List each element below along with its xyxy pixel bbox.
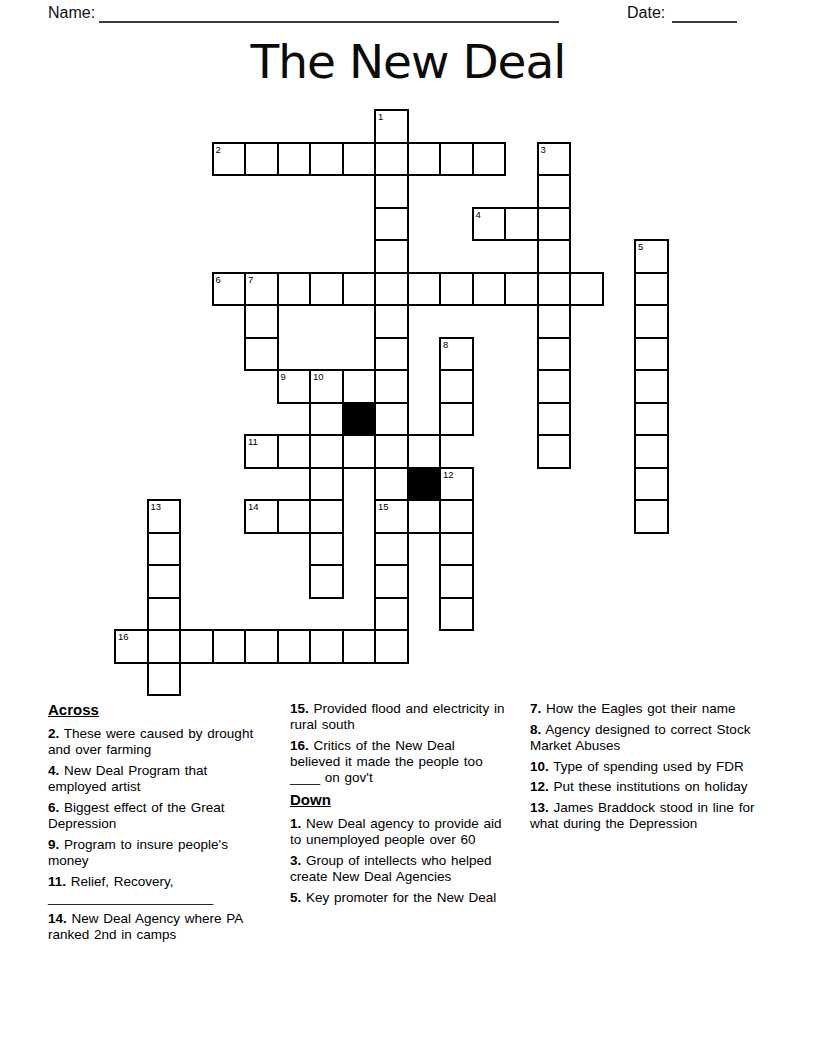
cell-r11-c8[interactable] — [374, 467, 409, 502]
cell-number-3: 3 — [541, 144, 546, 155]
cell-r10-c9[interactable] — [407, 434, 442, 469]
cell-r4-c16[interactable]: 5 — [634, 239, 669, 274]
cell-r5-c8[interactable] — [374, 272, 409, 307]
crossword-worksheet: Name: Date: The New Deal 123456789101112… — [0, 0, 816, 1056]
clue-text: New Deal Agency where PA ranked 2nd in c… — [48, 911, 243, 942]
cell-r12-c10[interactable] — [439, 499, 474, 534]
clue-down-5: 5. Key promoter for the New Deal — [290, 890, 507, 906]
cell-r15-c8[interactable] — [374, 597, 409, 632]
clue-down-12: 12. Put these institutions on holiday — [530, 779, 756, 795]
clue-number: 16. — [290, 738, 309, 753]
clue-across-6: 6. Biggest effect of the Great Depressio… — [48, 800, 256, 832]
cell-r14-c8[interactable] — [374, 564, 409, 599]
cell-r10-c7[interactable] — [342, 434, 377, 469]
cell-r16-c7[interactable] — [342, 629, 377, 664]
cell-r7-c16[interactable] — [634, 337, 669, 372]
cell-r13-c8[interactable] — [374, 532, 409, 567]
clue-number: 5. — [290, 890, 301, 905]
cell-number-10: 10 — [313, 371, 324, 382]
clue-number: 10. — [530, 759, 549, 774]
cell-r1-c9[interactable] — [407, 142, 442, 177]
cell-r16-c1[interactable] — [147, 629, 182, 664]
cell-r11-c6[interactable] — [309, 467, 344, 502]
clue-across-11: 11. Relief, Recovery, __________________… — [48, 874, 256, 906]
cell-r9-c8[interactable] — [374, 402, 409, 437]
cell-r9-c13[interactable] — [537, 402, 572, 437]
cell-r5-c12[interactable] — [504, 272, 539, 307]
cell-r8-c10[interactable] — [439, 369, 474, 404]
cell-r8-c6[interactable]: 10 — [309, 369, 344, 404]
clue-number: 2. — [48, 726, 59, 741]
cell-number-11: 11 — [248, 436, 258, 447]
cell-r1-c11[interactable] — [472, 142, 507, 177]
cell-r8-c16[interactable] — [634, 369, 669, 404]
cell-r6-c13[interactable] — [537, 304, 572, 339]
cell-r10-c8[interactable] — [374, 434, 409, 469]
cell-number-6: 6 — [216, 274, 221, 285]
cell-number-8: 8 — [443, 339, 448, 350]
cell-r8-c13[interactable] — [537, 369, 572, 404]
cell-r1-c3[interactable]: 2 — [212, 142, 247, 177]
clue-number: 12. — [530, 779, 549, 794]
cell-number-4: 4 — [476, 209, 481, 220]
clue-text: New Deal agency to provide aid to unempl… — [290, 816, 502, 847]
cell-r7-c8[interactable] — [374, 337, 409, 372]
cell-r12-c8[interactable]: 15 — [374, 499, 409, 534]
cell-r12-c16[interactable] — [634, 499, 669, 534]
clue-number: 3. — [290, 853, 301, 868]
cell-r0-c8[interactable]: 1 — [374, 109, 409, 144]
clue-down-10: 10. Type of spending used by FDR — [530, 759, 756, 775]
cell-r8-c8[interactable] — [374, 369, 409, 404]
cell-r1-c8[interactable] — [374, 142, 409, 177]
cell-r7-c4[interactable] — [244, 337, 279, 372]
crossword-grid: 12345678910111213141516 — [115, 110, 668, 695]
date-fill-line — [672, 2, 737, 23]
cell-r11-c10[interactable]: 12 — [439, 467, 474, 502]
clue-down-3: 3. Group of intellects who helped create… — [290, 853, 507, 885]
clue-number: 13. — [530, 800, 549, 815]
cell-r9-c6[interactable] — [309, 402, 344, 437]
clue-text: New Deal Program that employed artist — [48, 763, 207, 794]
cell-r5-c10[interactable] — [439, 272, 474, 307]
cell-r5-c11[interactable] — [472, 272, 507, 307]
across-header: Across — [48, 701, 256, 719]
cell-r10-c16[interactable] — [634, 434, 669, 469]
clue-number: 15. — [290, 701, 309, 716]
cell-r5-c13[interactable] — [537, 272, 572, 307]
cell-number-9: 9 — [281, 371, 286, 382]
clue-column-left: Across2. These were caused by drought an… — [48, 701, 256, 947]
cell-r16-c4[interactable] — [244, 629, 279, 664]
clue-number: 14. — [48, 911, 67, 926]
black-cell-r9-c7 — [342, 402, 377, 437]
cell-r10-c4[interactable]: 11 — [244, 434, 279, 469]
clue-text: Critics of the New Deal believed it made… — [290, 738, 483, 785]
cell-r1-c6[interactable] — [309, 142, 344, 177]
clue-number: 6. — [48, 800, 59, 815]
clue-down-13: 13. James Braddock stood in line for wha… — [530, 800, 756, 832]
cell-r1-c10[interactable] — [439, 142, 474, 177]
clue-text: Agency designed to correct Stock Market … — [530, 722, 750, 753]
clue-text: Relief, Recovery, ______________________ — [48, 874, 213, 905]
cell-number-7: 7 — [248, 274, 253, 285]
cell-r10-c13[interactable] — [537, 434, 572, 469]
cell-r12-c5[interactable] — [277, 499, 312, 534]
clue-text: Biggest effect of the Great Depression — [48, 800, 225, 831]
clue-text: Group of intellects who helped create Ne… — [290, 853, 492, 884]
clue-across-14: 14. New Deal Agency where PA ranked 2nd … — [48, 911, 256, 943]
clue-text: James Braddock stood in line for what du… — [530, 800, 754, 831]
cell-r4-c13[interactable] — [537, 239, 572, 274]
clue-across-15: 15. Provided flood and electricity in ru… — [290, 701, 507, 733]
clue-column-right: 7. How the Eagles got their name8. Agenc… — [530, 701, 756, 837]
clue-number: 1. — [290, 816, 301, 831]
cell-number-5: 5 — [638, 241, 643, 252]
cell-r11-c16[interactable] — [634, 467, 669, 502]
cell-r14-c6[interactable] — [309, 564, 344, 599]
cell-r6-c16[interactable] — [634, 304, 669, 339]
cell-number-1: 1 — [378, 111, 383, 122]
clue-number: 4. — [48, 763, 59, 778]
clue-text: These were caused by drought and over fa… — [48, 726, 253, 757]
cell-r2-c8[interactable] — [374, 174, 409, 209]
cell-r5-c7[interactable] — [342, 272, 377, 307]
cell-r3-c11[interactable]: 4 — [472, 207, 507, 242]
down-header: Down — [290, 791, 507, 809]
cell-r12-c1[interactable]: 13 — [147, 499, 182, 534]
cell-r1-c5[interactable] — [277, 142, 312, 177]
cell-r15-c10[interactable] — [439, 597, 474, 632]
clue-down-8: 8. Agency designed to correct Stock Mark… — [530, 722, 756, 754]
cell-r12-c9[interactable] — [407, 499, 442, 534]
cell-r16-c6[interactable] — [309, 629, 344, 664]
cell-r17-c1[interactable] — [147, 662, 182, 697]
clue-number: 8. — [530, 722, 541, 737]
cell-r1-c13[interactable]: 3 — [537, 142, 572, 177]
name-label: Name: — [48, 4, 95, 22]
clue-down-7: 7. How the Eagles got their name — [530, 701, 756, 717]
cell-r7-c10[interactable]: 8 — [439, 337, 474, 372]
cell-r16-c8[interactable] — [374, 629, 409, 664]
cell-r5-c6[interactable] — [309, 272, 344, 307]
page-title: The New Deal — [0, 34, 816, 89]
cell-r14-c10[interactable] — [439, 564, 474, 599]
cell-r4-c8[interactable] — [374, 239, 409, 274]
cell-r7-c13[interactable] — [537, 337, 572, 372]
cell-r5-c4[interactable]: 7 — [244, 272, 279, 307]
cell-r13-c1[interactable] — [147, 532, 182, 567]
cell-number-15: 15 — [378, 501, 389, 512]
cell-r3-c13[interactable] — [537, 207, 572, 242]
cell-r12-c6[interactable] — [309, 499, 344, 534]
cell-r3-c8[interactable] — [374, 207, 409, 242]
cell-r3-c12[interactable] — [504, 207, 539, 242]
cell-r5-c14[interactable] — [569, 272, 604, 307]
clue-number: 9. — [48, 837, 59, 852]
cell-r13-c10[interactable] — [439, 532, 474, 567]
clue-across-2: 2. These were caused by drought and over… — [48, 726, 256, 758]
clue-across-9: 9. Program to insure people's money — [48, 837, 256, 869]
cell-r12-c4[interactable]: 14 — [244, 499, 279, 534]
clue-text: Type of spending used by FDR — [549, 759, 744, 774]
cell-number-16: 16 — [118, 631, 129, 642]
cell-r5-c9[interactable] — [407, 272, 442, 307]
cell-r10-c5[interactable] — [277, 434, 312, 469]
cell-r9-c10[interactable] — [439, 402, 474, 437]
cell-r6-c8[interactable] — [374, 304, 409, 339]
clue-text: Key promoter for the New Deal — [301, 890, 496, 905]
cell-number-12: 12 — [443, 469, 454, 480]
cell-r16-c2[interactable] — [179, 629, 214, 664]
clue-down-1: 1. New Deal agency to provide aid to une… — [290, 816, 507, 848]
clue-text: Program to insure people's money — [48, 837, 228, 868]
cell-number-13: 13 — [151, 501, 162, 512]
clue-across-16: 16. Critics of the New Deal believed it … — [290, 738, 507, 787]
cell-r5-c16[interactable] — [634, 272, 669, 307]
cell-r14-c1[interactable] — [147, 564, 182, 599]
cell-r16-c0[interactable]: 16 — [114, 629, 149, 664]
cell-r1-c4[interactable] — [244, 142, 279, 177]
cell-r13-c6[interactable] — [309, 532, 344, 567]
clue-number: 11. — [48, 874, 66, 889]
cell-r15-c1[interactable] — [147, 597, 182, 632]
name-fill-line — [99, 2, 559, 23]
cell-r5-c5[interactable] — [277, 272, 312, 307]
cell-r16-c5[interactable] — [277, 629, 312, 664]
clue-across-4: 4. New Deal Program that employed artist — [48, 763, 256, 795]
clue-text: How the Eagles got their name — [541, 701, 735, 716]
clue-column-middle: 15. Provided flood and electricity in ru… — [290, 701, 507, 911]
clue-text: Put these institutions on holiday — [549, 779, 748, 794]
cell-r9-c16[interactable] — [634, 402, 669, 437]
cell-r16-c3[interactable] — [212, 629, 247, 664]
cell-r2-c13[interactable] — [537, 174, 572, 209]
cell-r1-c7[interactable] — [342, 142, 377, 177]
cell-number-14: 14 — [248, 501, 259, 512]
black-cell-r11-c9 — [407, 467, 442, 502]
clue-text: Provided flood and electricity in rural … — [290, 701, 504, 732]
cell-r5-c3[interactable]: 6 — [212, 272, 247, 307]
date-label: Date: — [627, 4, 665, 22]
cell-r8-c7[interactable] — [342, 369, 377, 404]
cell-number-2: 2 — [216, 144, 221, 155]
cell-r6-c4[interactable] — [244, 304, 279, 339]
cell-r8-c5[interactable]: 9 — [277, 369, 312, 404]
clue-number: 7. — [530, 701, 541, 716]
cell-r10-c6[interactable] — [309, 434, 344, 469]
